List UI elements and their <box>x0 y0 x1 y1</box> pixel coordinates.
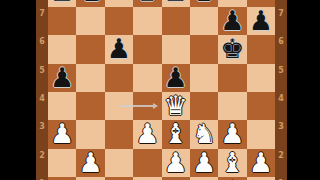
square-e6[interactable] <box>162 35 190 63</box>
square-e5[interactable]: ♟ <box>162 64 190 92</box>
piece-black-pawn-a5[interactable]: ♟ <box>48 64 76 92</box>
square-g4[interactable] <box>218 92 246 120</box>
square-h4[interactable] <box>247 92 275 120</box>
square-f7[interactable] <box>190 7 218 35</box>
piece-white-knight-f3[interactable]: ♞ <box>190 120 218 148</box>
piece-white-queen-e4[interactable]: ♛ <box>162 92 190 120</box>
square-d1[interactable] <box>133 177 161 180</box>
square-g7[interactable]: ♟ <box>218 7 246 35</box>
square-d6[interactable] <box>133 35 161 63</box>
square-a5[interactable]: ♟ <box>48 64 76 92</box>
square-e3[interactable]: ♝ <box>162 120 190 148</box>
piece-black-rook-e8[interactable]: ♜ <box>162 0 190 7</box>
piece-black-pawn-c6[interactable]: ♟ <box>105 35 133 63</box>
square-a8[interactable]: ♜ <box>48 0 76 7</box>
rank-label-4-left: 4 <box>36 95 48 103</box>
piece-white-pawn-b2[interactable]: ♟ <box>76 149 104 177</box>
square-f6[interactable] <box>190 35 218 63</box>
piece-black-king-g6[interactable]: ♚ <box>218 35 246 63</box>
square-a3[interactable]: ♟ <box>48 120 76 148</box>
rank-label-3-left: 3 <box>36 123 48 131</box>
chess-board[interactable]: ♜♞♛♜♝♟♟♟♚♟♟♛♟♟♝♞♟♟♟♟♝♟♚ <box>48 0 275 180</box>
square-a2[interactable] <box>48 149 76 177</box>
square-b7[interactable] <box>76 7 104 35</box>
piece-black-pawn-h7[interactable]: ♟ <box>247 7 275 35</box>
piece-black-pawn-g7[interactable]: ♟ <box>218 7 246 35</box>
piece-black-pawn-e5[interactable]: ♟ <box>162 64 190 92</box>
square-e1[interactable] <box>162 177 190 180</box>
square-a1[interactable] <box>48 177 76 180</box>
square-e4[interactable]: ♛ <box>162 92 190 120</box>
arrow-shaft <box>119 105 153 107</box>
square-c7[interactable] <box>105 7 133 35</box>
square-a7[interactable] <box>48 7 76 35</box>
square-a4[interactable] <box>48 92 76 120</box>
piece-white-king-g1[interactable]: ♚ <box>218 177 246 180</box>
square-f3[interactable]: ♞ <box>190 120 218 148</box>
square-f2[interactable]: ♟ <box>190 149 218 177</box>
square-a6[interactable] <box>48 35 76 63</box>
square-c2[interactable] <box>105 149 133 177</box>
square-f8[interactable]: ♝ <box>190 0 218 7</box>
square-c8[interactable] <box>105 0 133 7</box>
square-h1[interactable] <box>247 177 275 180</box>
rank-label-7-left: 7 <box>36 10 48 18</box>
rank-label-6-left: 6 <box>36 38 48 46</box>
square-f1[interactable] <box>190 177 218 180</box>
square-e8[interactable]: ♜ <box>162 0 190 7</box>
chess-diagram: ♜♞♛♜♝♟♟♟♚♟♟♛♟♟♝♞♟♟♟♟♝♟♚ 8877665544332211 <box>0 0 320 180</box>
piece-black-bishop-f8[interactable]: ♝ <box>190 0 218 7</box>
square-f5[interactable] <box>190 64 218 92</box>
square-f4[interactable] <box>190 92 218 120</box>
rank-label-4-right: 4 <box>275 95 287 103</box>
square-b4[interactable] <box>76 92 104 120</box>
square-d3[interactable]: ♟ <box>133 120 161 148</box>
square-h7[interactable]: ♟ <box>247 7 275 35</box>
piece-white-bishop-e3[interactable]: ♝ <box>162 120 190 148</box>
piece-black-knight-b8[interactable]: ♞ <box>76 0 104 7</box>
square-d5[interactable] <box>133 64 161 92</box>
square-b2[interactable]: ♟ <box>76 149 104 177</box>
rank-label-5-right: 5 <box>275 67 287 75</box>
square-g5[interactable] <box>218 64 246 92</box>
rank-label-5-left: 5 <box>36 67 48 75</box>
square-e7[interactable] <box>162 7 190 35</box>
square-b3[interactable] <box>76 120 104 148</box>
square-b1[interactable] <box>76 177 104 180</box>
piece-white-pawn-g3[interactable]: ♟ <box>218 120 246 148</box>
piece-white-pawn-e2[interactable]: ♟ <box>162 149 190 177</box>
piece-black-rook-a8[interactable]: ♜ <box>48 0 76 7</box>
piece-white-pawn-f2[interactable]: ♟ <box>190 149 218 177</box>
square-g1[interactable]: ♚ <box>218 177 246 180</box>
piece-white-pawn-a3[interactable]: ♟ <box>48 120 76 148</box>
square-d7[interactable] <box>133 7 161 35</box>
arrow-head <box>153 103 158 109</box>
square-c6[interactable]: ♟ <box>105 35 133 63</box>
square-g6[interactable]: ♚ <box>218 35 246 63</box>
piece-white-bishop-g2[interactable]: ♝ <box>218 149 246 177</box>
square-e2[interactable]: ♟ <box>162 149 190 177</box>
piece-black-queen-d8[interactable]: ♛ <box>133 0 161 7</box>
square-c3[interactable] <box>105 120 133 148</box>
square-c1[interactable] <box>105 177 133 180</box>
rank-label-2-left: 2 <box>36 152 48 160</box>
square-g2[interactable]: ♝ <box>218 149 246 177</box>
rank-label-3-right: 3 <box>275 123 287 131</box>
piece-white-pawn-h2[interactable]: ♟ <box>247 149 275 177</box>
piece-white-pawn-d3[interactable]: ♟ <box>133 120 161 148</box>
square-d8[interactable]: ♛ <box>133 0 161 7</box>
rank-label-2-right: 2 <box>275 152 287 160</box>
square-h6[interactable] <box>247 35 275 63</box>
rank-label-7-right: 7 <box>275 10 287 18</box>
square-d2[interactable] <box>133 149 161 177</box>
square-b5[interactable] <box>76 64 104 92</box>
square-h2[interactable]: ♟ <box>247 149 275 177</box>
rank-label-6-right: 6 <box>275 38 287 46</box>
square-b8[interactable]: ♞ <box>76 0 104 7</box>
square-h3[interactable] <box>247 120 275 148</box>
square-b6[interactable] <box>76 35 104 63</box>
square-g3[interactable]: ♟ <box>218 120 246 148</box>
square-c5[interactable] <box>105 64 133 92</box>
square-h5[interactable] <box>247 64 275 92</box>
